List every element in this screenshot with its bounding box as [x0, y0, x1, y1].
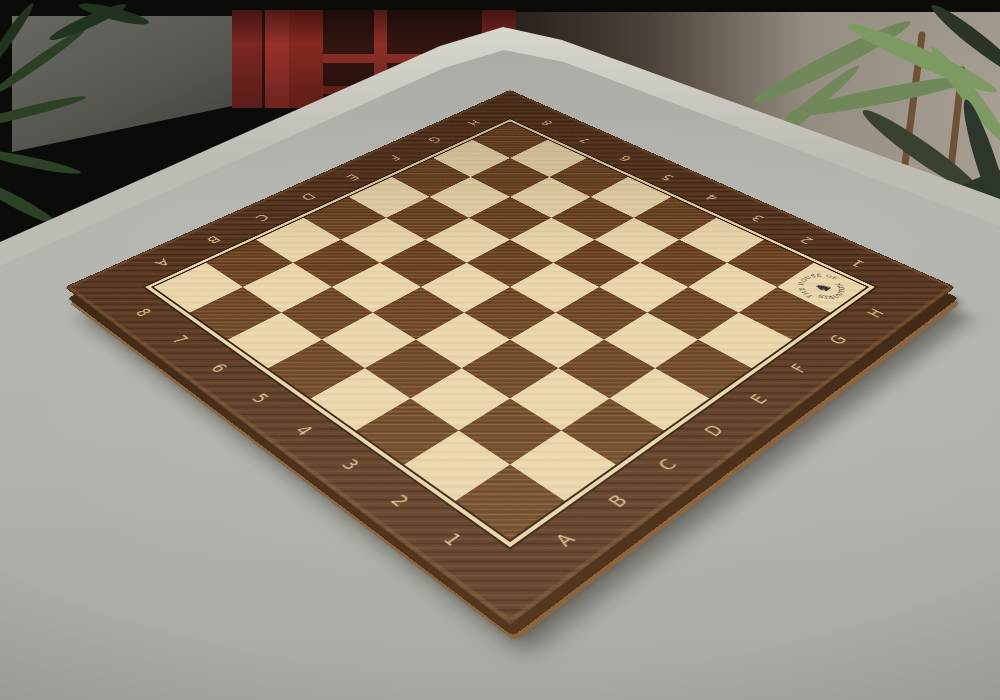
board-anchor: THE HOUSE OFSTAUNTON♞ 8765432187654321HG…	[0, 0, 1000, 700]
svg-text:♞: ♞	[809, 280, 836, 295]
chess-board: THE HOUSE OFSTAUNTON♞ 8765432187654321HG…	[65, 90, 956, 625]
